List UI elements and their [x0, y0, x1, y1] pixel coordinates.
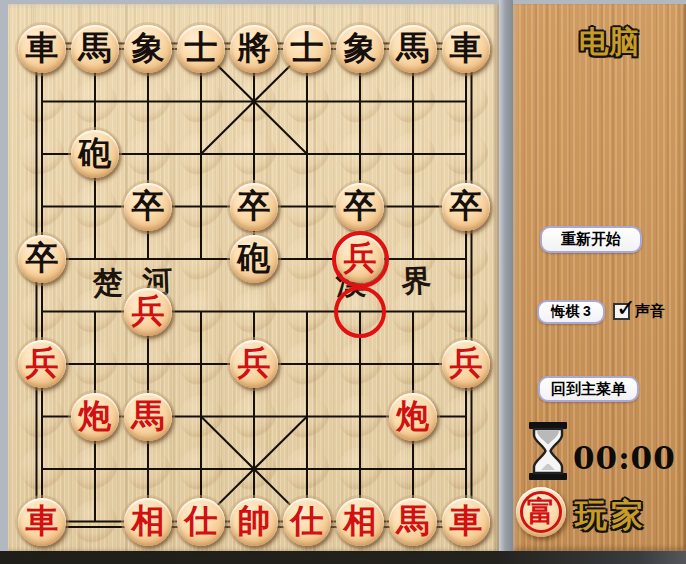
piece-glyph: 卒 — [336, 183, 384, 230]
board-piece-black[interactable]: 卒 — [230, 183, 278, 231]
piece-glyph: 兵 — [230, 340, 278, 387]
piece-glyph: 車 — [18, 25, 66, 72]
board-piece-red[interactable]: 炮 — [389, 393, 437, 441]
board-piece-red[interactable]: 仕 — [177, 498, 225, 546]
main-menu-button[interactable]: 回到主菜单 — [538, 376, 639, 402]
piece-glyph: 將 — [230, 25, 278, 72]
board-piece-black[interactable]: 車 — [442, 25, 490, 73]
piece-glyph: 炮 — [71, 393, 119, 440]
piece-glyph: 馬 — [389, 25, 437, 72]
window-bottom-bar — [0, 551, 686, 564]
board-piece-red[interactable]: 馬 — [124, 393, 172, 441]
piece-glyph: 帥 — [230, 498, 278, 545]
board-piece-red[interactable]: 相 — [124, 498, 172, 546]
piece-glyph: 卒 — [124, 183, 172, 230]
checkmark-icon: ✓ — [616, 301, 628, 315]
undo-button[interactable]: 悔棋 3 — [537, 300, 605, 324]
sound-label: 声音 — [635, 302, 665, 321]
piece-glyph: 仕 — [177, 498, 225, 545]
computer-label: 电脑 — [579, 22, 639, 63]
piece-glyph: 車 — [442, 498, 490, 545]
board-piece-black[interactable]: 砲 — [230, 235, 278, 283]
piece-glyph: 馬 — [71, 25, 119, 72]
piece-glyph: 兵 — [124, 288, 172, 335]
sound-checkbox[interactable]: ✓ — [613, 303, 630, 320]
board-piece-red[interactable]: 相 — [336, 498, 384, 546]
board-piece-black[interactable]: 卒 — [336, 183, 384, 231]
piece-glyph: 相 — [336, 498, 384, 545]
hourglass-icon — [527, 422, 569, 480]
piece-glyph: 卒 — [230, 183, 278, 230]
player-avatar-glyph: 富 — [516, 487, 566, 537]
sidebar: 电脑 重新开始 悔棋 3 ✓ 声音 回到主菜单 00:00 富 玩家 — [513, 4, 686, 551]
restart-button[interactable]: 重新开始 — [540, 226, 642, 253]
player-avatar-piece: 富 — [516, 487, 566, 537]
piece-glyph: 象 — [124, 25, 172, 72]
board-piece-black[interactable]: 車 — [18, 25, 66, 73]
board-piece-red[interactable]: 炮 — [71, 393, 119, 441]
board-piece-black[interactable]: 馬 — [71, 25, 119, 73]
piece-glyph: 兵 — [442, 340, 490, 387]
board-piece-red[interactable]: 馬 — [389, 498, 437, 546]
board-piece-black[interactable]: 士 — [283, 25, 331, 73]
board-piece-black[interactable]: 將 — [230, 25, 278, 73]
piece-glyph: 兵 — [336, 235, 384, 282]
board-piece-black[interactable]: 卒 — [442, 183, 490, 231]
piece-glyph: 仕 — [283, 498, 331, 545]
board-piece-black[interactable]: 卒 — [18, 235, 66, 283]
board-piece-red[interactable]: 兵 — [442, 340, 490, 388]
board-piece-black[interactable]: 馬 — [389, 25, 437, 73]
board-piece-red[interactable]: 兵 — [18, 340, 66, 388]
piece-glyph: 士 — [177, 25, 225, 72]
piece-glyph: 卒 — [18, 235, 66, 282]
piece-glyph: 車 — [442, 25, 490, 72]
board-piece-red[interactable]: 仕 — [283, 498, 331, 546]
board-piece-black[interactable]: 象 — [336, 25, 384, 73]
piece-glyph: 卒 — [442, 183, 490, 230]
player-label: 玩家 — [575, 494, 647, 538]
piece-glyph: 兵 — [18, 340, 66, 387]
board-piece-red[interactable]: 兵 — [230, 340, 278, 388]
board-piece-black[interactable]: 卒 — [124, 183, 172, 231]
piece-glyph: 砲 — [71, 130, 119, 177]
board-piece-black[interactable]: 象 — [124, 25, 172, 73]
board-piece-black[interactable]: 士 — [177, 25, 225, 73]
timer-display: 00:00 — [573, 440, 676, 476]
board-piece-black[interactable]: 砲 — [71, 130, 119, 178]
board-piece-red[interactable]: 車 — [442, 498, 490, 546]
piece-glyph: 象 — [336, 25, 384, 72]
piece-glyph: 士 — [283, 25, 331, 72]
piece-glyph: 相 — [124, 498, 172, 545]
piece-glyph: 炮 — [389, 393, 437, 440]
board-piece-red[interactable]: 帥 — [230, 498, 278, 546]
piece-glyph: 車 — [18, 498, 66, 545]
board-piece-red[interactable]: 兵 — [336, 235, 384, 283]
piece-glyph: 馬 — [124, 393, 172, 440]
piece-glyph: 砲 — [230, 235, 278, 282]
piece-glyph: 馬 — [389, 498, 437, 545]
xiangqi-game-window: 楚 河 漢 界 車馬象士將士象馬車砲卒卒卒卒卒砲兵兵兵兵兵炮馬炮車相仕帥仕相馬車… — [0, 0, 686, 564]
board-piece-red[interactable]: 兵 — [124, 288, 172, 336]
board-piece-red[interactable]: 車 — [18, 498, 66, 546]
